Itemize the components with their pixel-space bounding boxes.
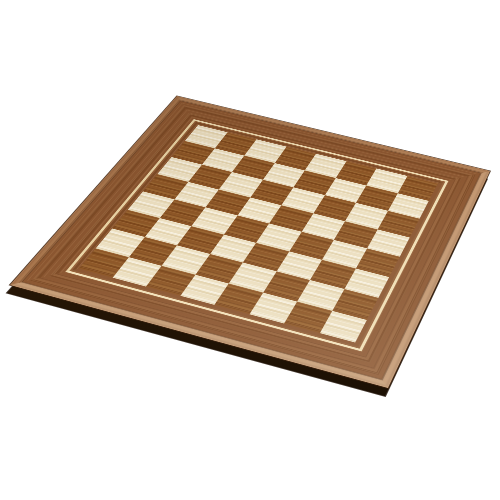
chessboard (10, 96, 490, 388)
product-photo-canvas (0, 0, 500, 500)
